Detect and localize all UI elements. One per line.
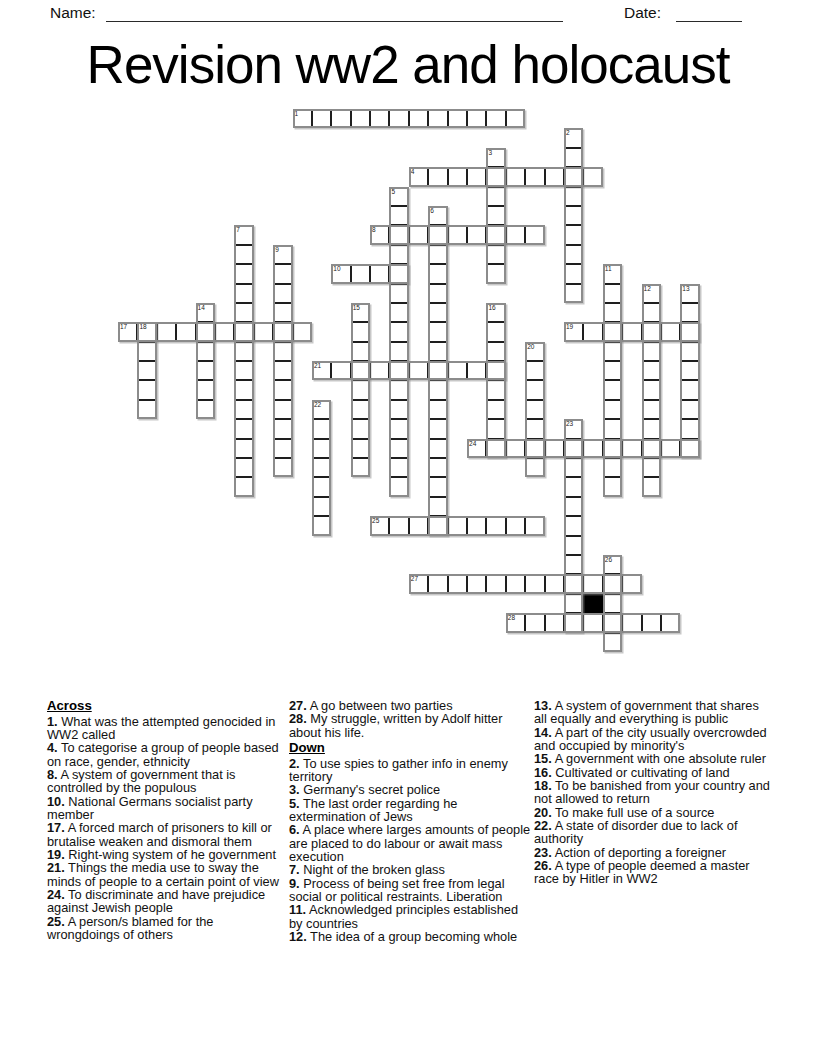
grid-cell[interactable] — [428, 245, 447, 264]
page: Name: Date: Revision ww2 and holocaust 1… — [0, 0, 816, 1056]
grid-cell[interactable]: 26 — [603, 555, 622, 574]
grid-cell[interactable] — [351, 322, 370, 341]
grid-cell[interactable] — [137, 400, 156, 419]
clue-down-13: 13. A system of government that shares a… — [534, 699, 774, 726]
grid-cell[interactable] — [351, 342, 370, 361]
grid-cell[interactable] — [234, 400, 253, 419]
grid-cell[interactable]: 4 — [409, 167, 428, 186]
grid-cell[interactable] — [545, 613, 564, 632]
grid-cell[interactable] — [603, 458, 622, 477]
clue-across-27: 27. A go between two parties — [289, 699, 535, 712]
grid-cell[interactable] — [486, 400, 505, 419]
grid-cell[interactable] — [467, 225, 486, 244]
grid-cell[interactable] — [564, 284, 583, 303]
grid-cell[interactable] — [137, 380, 156, 399]
grid-cell[interactable] — [312, 439, 331, 458]
clue-down-14: 14. A part of the city usually overcrowd… — [534, 726, 774, 753]
grid-cell[interactable] — [467, 167, 486, 186]
grid-cell[interactable] — [312, 109, 331, 128]
clue-number: 14. — [534, 725, 552, 740]
grid-cell[interactable] — [564, 613, 583, 632]
clue-number: 10. — [47, 794, 65, 809]
grid-cell[interactable] — [389, 245, 408, 264]
grid-cell[interactable] — [642, 458, 661, 477]
name-input-line[interactable] — [106, 21, 563, 22]
grid-cell[interactable] — [642, 477, 661, 496]
grid-cell[interactable] — [486, 380, 505, 399]
grid-cell[interactable] — [603, 400, 622, 419]
grid-cell[interactable] — [448, 516, 467, 535]
clue-down-23: 23. Action of deporting a foreigner — [534, 846, 774, 859]
grid-cell[interactable] — [312, 516, 331, 535]
grid-cell[interactable] — [486, 225, 505, 244]
grid-cell[interactable] — [273, 400, 292, 419]
across-heading: Across — [47, 699, 287, 714]
grid-cell[interactable] — [642, 342, 661, 361]
grid-cell[interactable] — [273, 439, 292, 458]
grid-cell[interactable] — [157, 322, 176, 341]
clue-down-22: 22. A state of disorder due to lack of a… — [534, 819, 774, 846]
grid-cell[interactable] — [506, 574, 525, 593]
black-cell — [583, 594, 602, 613]
grid-cell[interactable]: 8 — [370, 225, 389, 244]
cell-number: 26 — [605, 556, 612, 563]
grid-cell[interactable] — [622, 439, 641, 458]
grid-cell[interactable] — [642, 361, 661, 380]
grid-cell[interactable] — [428, 284, 447, 303]
clue-across-8: 8. A system of government that is contro… — [47, 768, 287, 795]
grid-cell[interactable]: 16 — [486, 303, 505, 322]
clue-number: 11. — [289, 902, 306, 917]
grid-cell[interactable] — [196, 400, 215, 419]
grid-cell[interactable] — [467, 109, 486, 128]
grid-cell[interactable] — [428, 109, 447, 128]
grid-cell[interactable] — [603, 284, 622, 303]
clue-column-middle: 27. A go between two parties28. My strug… — [289, 699, 535, 943]
grid-cell[interactable] — [273, 303, 292, 322]
grid-cell[interactable] — [428, 342, 447, 361]
down-clue-list: 2. To use spies to gather info in enemy … — [289, 757, 535, 944]
grid-cell[interactable]: 18 — [137, 322, 156, 341]
grid-cell[interactable]: 12 — [642, 284, 661, 303]
cell-number: 9 — [275, 246, 279, 253]
grid-cell[interactable] — [506, 439, 525, 458]
clue-down-2: 2. To use spies to gather info in enemy … — [289, 757, 535, 784]
grid-cell[interactable] — [389, 516, 408, 535]
cell-number: 6 — [430, 207, 434, 214]
grid-cell[interactable] — [506, 167, 525, 186]
grid-cell[interactable] — [603, 574, 622, 593]
grid-cell[interactable] — [428, 439, 447, 458]
cell-number: 2 — [566, 129, 570, 136]
grid-cell[interactable] — [680, 380, 699, 399]
down-heading: Down — [289, 741, 535, 756]
grid-cell[interactable] — [467, 516, 486, 535]
grid-cell[interactable] — [603, 477, 622, 496]
clue-across-19: 19. Right-wing system of he government — [47, 848, 287, 861]
grid-cell[interactable] — [273, 264, 292, 283]
grid-cell[interactable] — [564, 497, 583, 516]
grid-cell[interactable] — [525, 225, 544, 244]
cell-number: 3 — [488, 149, 492, 156]
grid-cell[interactable] — [389, 419, 408, 438]
grid-cell[interactable] — [351, 109, 370, 128]
grid-cell[interactable] — [234, 361, 253, 380]
grid-cell[interactable] — [312, 497, 331, 516]
clue-down-11: 11. Acknowledged principles established … — [289, 903, 535, 930]
cell-number: 20 — [527, 343, 534, 350]
grid-cell[interactable] — [603, 633, 622, 652]
across-clue-list-overflow: 27. A go between two parties28. My strug… — [289, 699, 535, 739]
grid-cell[interactable] — [137, 361, 156, 380]
grid-cell[interactable] — [234, 439, 253, 458]
grid-cell[interactable] — [506, 516, 525, 535]
grid-cell[interactable] — [234, 419, 253, 438]
grid-cell[interactable] — [564, 225, 583, 244]
grid-cell[interactable] — [234, 322, 253, 341]
grid-cell[interactable] — [603, 342, 622, 361]
grid-cell[interactable] — [486, 264, 505, 283]
clue-number: 2. — [289, 756, 300, 771]
grid-cell[interactable] — [486, 322, 505, 341]
grid-cell[interactable] — [545, 167, 564, 186]
grid-cell[interactable] — [467, 574, 486, 593]
grid-cell[interactable] — [196, 342, 215, 361]
grid-cell[interactable] — [583, 613, 602, 632]
clue-across-4: 4. To categorise a group of people based… — [47, 741, 287, 768]
grid-cell[interactable] — [409, 109, 428, 128]
grid-cell[interactable]: 24 — [467, 439, 486, 458]
grid-cell[interactable] — [564, 555, 583, 574]
grid-cell[interactable] — [196, 380, 215, 399]
grid-cell[interactable] — [273, 361, 292, 380]
grid-cell[interactable] — [351, 439, 370, 458]
clue-number: 17. — [47, 820, 65, 835]
grid-cell[interactable] — [680, 342, 699, 361]
grid-cell[interactable] — [234, 284, 253, 303]
clue-number: 5. — [289, 796, 300, 811]
grid-cell[interactable] — [525, 516, 544, 535]
grid-cell[interactable] — [525, 574, 544, 593]
grid-cell[interactable] — [486, 167, 505, 186]
grid-cell[interactable] — [215, 322, 234, 341]
clue-down-12: 12. The idea of a group becoming whole — [289, 930, 535, 943]
grid-cell[interactable]: 23 — [564, 419, 583, 438]
grid-cell[interactable] — [448, 225, 467, 244]
grid-cell[interactable] — [525, 167, 544, 186]
grid-cell[interactable] — [545, 439, 564, 458]
grid-cell[interactable] — [331, 361, 350, 380]
grid-cell[interactable] — [642, 303, 661, 322]
clue-across-25: 25. A person/s blamed for the wrongdoing… — [47, 915, 287, 942]
grid-cell[interactable] — [389, 303, 408, 322]
grid-cell[interactable] — [564, 574, 583, 593]
grid-cell[interactable] — [428, 400, 447, 419]
grid-cell[interactable] — [312, 458, 331, 477]
grid-cell[interactable] — [564, 148, 583, 167]
grid-cell[interactable] — [234, 342, 253, 361]
cell-number: 18 — [139, 323, 146, 330]
grid-cell[interactable] — [603, 303, 622, 322]
grid-cell[interactable] — [448, 361, 467, 380]
grid-cell[interactable] — [525, 380, 544, 399]
grid-cell[interactable] — [642, 613, 661, 632]
grid-cell[interactable] — [428, 477, 447, 496]
grid-cell[interactable] — [428, 574, 447, 593]
grid-cell[interactable] — [525, 613, 544, 632]
grid-cell[interactable] — [564, 458, 583, 477]
grid-cell[interactable] — [680, 419, 699, 438]
grid-cell[interactable] — [680, 322, 699, 341]
clue-across-28: 28. My struggle, written by Adolf hitter… — [289, 712, 535, 739]
cell-number: 12 — [644, 285, 651, 292]
grid-cell[interactable] — [312, 477, 331, 496]
grid-cell[interactable]: 9 — [273, 245, 292, 264]
clue-down-5: 5. The last order regarding he extermina… — [289, 797, 535, 824]
grid-cell[interactable]: 20 — [525, 342, 544, 361]
grid-cell[interactable]: 19 — [564, 322, 583, 341]
grid-cell[interactable] — [196, 322, 215, 341]
grid-cell[interactable] — [428, 303, 447, 322]
grid-cell[interactable] — [389, 225, 408, 244]
grid-cell[interactable] — [525, 458, 544, 477]
grid-cell[interactable] — [389, 322, 408, 341]
grid-cell[interactable] — [273, 284, 292, 303]
grid-cell[interactable]: 14 — [196, 303, 215, 322]
grid-cell[interactable] — [234, 245, 253, 264]
grid-cell[interactable] — [448, 109, 467, 128]
grid-cell[interactable] — [234, 477, 253, 496]
grid-cell[interactable] — [525, 419, 544, 438]
grid-cell[interactable] — [564, 477, 583, 496]
grid-cell[interactable] — [137, 342, 156, 361]
grid-cell[interactable] — [525, 400, 544, 419]
grid-cell[interactable] — [448, 167, 467, 186]
grid-cell[interactable] — [312, 419, 331, 438]
grid-cell[interactable] — [486, 206, 505, 225]
grid-cell[interactable] — [583, 322, 602, 341]
clue-number: 6. — [289, 822, 300, 837]
grid-cell[interactable] — [331, 109, 350, 128]
grid-cell[interactable] — [389, 458, 408, 477]
grid-cell[interactable] — [389, 361, 408, 380]
grid-cell[interactable] — [661, 322, 680, 341]
across-clue-list: 1. What was the attempted genocided in W… — [47, 715, 287, 942]
clue-across-17: 17. A forced march of prisoners to kill … — [47, 821, 287, 848]
grid-cell[interactable] — [661, 613, 680, 632]
grid-cell[interactable] — [525, 361, 544, 380]
grid-cell[interactable]: 22 — [312, 400, 331, 419]
grid-cell[interactable] — [467, 361, 486, 380]
grid-cell[interactable] — [486, 342, 505, 361]
grid-cell[interactable] — [564, 536, 583, 555]
grid-cell[interactable] — [196, 361, 215, 380]
grid-cell[interactable] — [351, 361, 370, 380]
grid-cell[interactable] — [389, 400, 408, 419]
grid-cell[interactable] — [389, 380, 408, 399]
grid-cell[interactable] — [370, 361, 389, 380]
grid-cell[interactable] — [486, 109, 505, 128]
grid-cell[interactable] — [389, 264, 408, 283]
grid-cell[interactable] — [642, 419, 661, 438]
grid-cell[interactable] — [680, 439, 699, 458]
grid-cell[interactable]: 3 — [486, 148, 505, 167]
grid-cell[interactable] — [273, 322, 292, 341]
grid-cell[interactable]: 6 — [428, 206, 447, 225]
grid-cell[interactable] — [389, 477, 408, 496]
grid-cell[interactable] — [428, 264, 447, 283]
cell-number: 14 — [198, 304, 205, 311]
crossword-board: 1481017181921242527282356791112131415162… — [118, 109, 700, 652]
grid-cell[interactable] — [351, 264, 370, 283]
grid-cell[interactable] — [234, 458, 253, 477]
grid-cell[interactable] — [409, 361, 428, 380]
grid-cell[interactable] — [642, 322, 661, 341]
grid-cell[interactable] — [603, 439, 622, 458]
grid-cell[interactable] — [351, 458, 370, 477]
grid-cell[interactable] — [564, 439, 583, 458]
grid-cell[interactable] — [234, 264, 253, 283]
grid-cell[interactable] — [486, 419, 505, 438]
grid-cell[interactable] — [234, 303, 253, 322]
grid-cell[interactable] — [564, 245, 583, 264]
grid-cell[interactable]: 1 — [293, 109, 312, 128]
grid-cell[interactable] — [661, 439, 680, 458]
grid-cell[interactable] — [428, 380, 447, 399]
grid-cell[interactable] — [486, 361, 505, 380]
grid-cell[interactable] — [409, 225, 428, 244]
grid-cell[interactable] — [273, 380, 292, 399]
cell-number: 10 — [333, 265, 340, 272]
grid-cell[interactable] — [428, 167, 447, 186]
grid-cell[interactable] — [622, 574, 641, 593]
grid-cell[interactable]: 28 — [506, 613, 525, 632]
grid-cell[interactable] — [409, 516, 428, 535]
grid-cell[interactable] — [564, 594, 583, 613]
cell-number: 27 — [411, 575, 418, 582]
grid-cell[interactable] — [564, 206, 583, 225]
grid-cell[interactable] — [564, 516, 583, 535]
clue-number: 1. — [47, 714, 58, 729]
grid-cell[interactable] — [273, 342, 292, 361]
grid-cell[interactable] — [389, 109, 408, 128]
grid-cell[interactable] — [293, 322, 312, 341]
clue-across-10: 10. National Germans socialist party mem… — [47, 795, 287, 822]
clue-down-7: 7. Night of the broken glass — [289, 863, 535, 876]
grid-cell[interactable] — [370, 109, 389, 128]
grid-cell[interactable] — [486, 187, 505, 206]
grid-cell[interactable]: 25 — [370, 516, 389, 535]
grid-cell[interactable] — [254, 322, 273, 341]
grid-cell[interactable] — [564, 167, 583, 186]
cell-number: 4 — [411, 168, 415, 175]
grid-cell[interactable] — [583, 574, 602, 593]
grid-cell[interactable] — [273, 419, 292, 438]
grid-cell[interactable] — [564, 264, 583, 283]
cell-number: 5 — [391, 188, 395, 195]
grid-cell[interactable] — [486, 245, 505, 264]
grid-cell[interactable]: 15 — [351, 303, 370, 322]
grid-cell[interactable] — [389, 284, 408, 303]
clue-number: 4. — [47, 740, 58, 755]
date-input-line[interactable] — [676, 21, 742, 22]
grid-cell[interactable] — [622, 322, 641, 341]
grid-cell[interactable] — [506, 225, 525, 244]
grid-cell[interactable] — [428, 497, 447, 516]
date-label: Date: — [624, 4, 661, 22]
grid-cell[interactable] — [234, 380, 253, 399]
cell-number: 28 — [508, 614, 515, 621]
grid-cell[interactable] — [351, 400, 370, 419]
grid-cell[interactable] — [583, 167, 602, 186]
cell-number: 22 — [314, 401, 321, 408]
grid-cell[interactable] — [428, 361, 447, 380]
grid-cell[interactable] — [622, 613, 641, 632]
grid-cell[interactable] — [428, 225, 447, 244]
grid-cell[interactable] — [642, 400, 661, 419]
grid-cell[interactable] — [642, 380, 661, 399]
grid-cell[interactable] — [603, 322, 622, 341]
grid-cell[interactable] — [351, 380, 370, 399]
grid-cell[interactable] — [525, 439, 544, 458]
grid-cell[interactable] — [603, 594, 622, 613]
cell-number: 25 — [372, 517, 379, 524]
grid-cell[interactable]: 5 — [389, 187, 408, 206]
grid-cell[interactable] — [428, 458, 447, 477]
grid-cell[interactable] — [370, 264, 389, 283]
grid-cell[interactable] — [176, 322, 195, 341]
grid-cell[interactable] — [351, 419, 370, 438]
grid-cell[interactable]: 10 — [331, 264, 350, 283]
grid-cell[interactable]: 11 — [603, 264, 622, 283]
grid-cell[interactable] — [603, 380, 622, 399]
grid-cell[interactable] — [273, 458, 292, 477]
grid-cell[interactable] — [428, 419, 447, 438]
cell-number: 11 — [605, 265, 612, 272]
cell-number: 23 — [566, 420, 573, 427]
grid-cell[interactable]: 17 — [118, 322, 137, 341]
grid-cell[interactable] — [389, 206, 408, 225]
grid-cell[interactable] — [448, 574, 467, 593]
grid-cell[interactable] — [642, 439, 661, 458]
grid-cell[interactable] — [603, 361, 622, 380]
grid-cell[interactable]: 13 — [680, 284, 699, 303]
grid-cell[interactable] — [680, 400, 699, 419]
grid-cell[interactable]: 27 — [409, 574, 428, 593]
grid-cell[interactable] — [486, 439, 505, 458]
grid-cell[interactable] — [545, 574, 564, 593]
grid-cell[interactable] — [389, 439, 408, 458]
grid-cell[interactable] — [389, 342, 408, 361]
grid-cell[interactable] — [564, 187, 583, 206]
clue-number: 13. — [534, 698, 552, 713]
grid-cell[interactable] — [680, 303, 699, 322]
grid-cell[interactable] — [428, 516, 447, 535]
grid-cell[interactable]: 7 — [234, 225, 253, 244]
grid-cell[interactable] — [680, 361, 699, 380]
grid-cell[interactable] — [583, 439, 602, 458]
grid-cell[interactable] — [506, 109, 525, 128]
grid-cell[interactable]: 2 — [564, 128, 583, 147]
grid-cell[interactable] — [486, 516, 505, 535]
grid-cell[interactable] — [486, 574, 505, 593]
grid-cell[interactable]: 21 — [312, 361, 331, 380]
grid-cell[interactable] — [428, 322, 447, 341]
clue-number: 24. — [47, 887, 65, 902]
grid-cell[interactable] — [603, 419, 622, 438]
grid-cell[interactable] — [603, 613, 622, 632]
name-label: Name: — [50, 4, 96, 22]
